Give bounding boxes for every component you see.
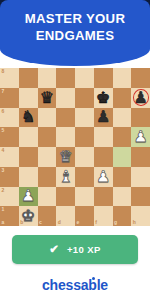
- square-d4[interactable]: ♛: [56, 147, 75, 167]
- square-b3[interactable]: [19, 167, 38, 187]
- square-f4[interactable]: [94, 147, 113, 167]
- square-c1[interactable]: c: [38, 206, 57, 226]
- file-label-e: e: [77, 220, 80, 225]
- square-d3[interactable]: ♝: [56, 167, 75, 187]
- piece-white-pawn-h5: ♟: [133, 129, 147, 145]
- headline-line-2: ENDGAMES: [36, 28, 115, 45]
- square-e2[interactable]: [75, 187, 94, 207]
- square-f8[interactable]: [94, 68, 113, 88]
- square-h7[interactable]: ♟: [131, 88, 150, 108]
- chess-board: 87♛♚♟6♞♟5♟4♛3♝♟2♟1ab♚cdefgh: [0, 68, 150, 226]
- square-a7[interactable]: 7: [0, 88, 19, 108]
- rank-label-8: 8: [2, 69, 5, 74]
- red-circle-annotation: [133, 89, 149, 106]
- xp-button-label: +10 XP: [67, 245, 101, 255]
- square-e7[interactable]: [75, 88, 94, 108]
- square-d2[interactable]: [56, 187, 75, 207]
- square-c6[interactable]: [38, 108, 57, 128]
- rank-label-2: 2: [2, 188, 5, 193]
- square-f6[interactable]: ♟: [94, 108, 113, 128]
- square-c5[interactable]: [38, 127, 57, 147]
- square-a8[interactable]: 8: [0, 68, 19, 88]
- square-c7[interactable]: ♛: [38, 88, 57, 108]
- square-d6[interactable]: [56, 108, 75, 128]
- xp-reward-button[interactable]: ✔ +10 XP: [12, 235, 138, 264]
- square-f1[interactable]: f: [94, 206, 113, 226]
- chessable-logo[interactable]: chessable: [0, 276, 150, 294]
- square-c8[interactable]: [38, 68, 57, 88]
- file-label-f: f: [95, 220, 97, 225]
- square-h6[interactable]: [131, 108, 150, 128]
- square-h3[interactable]: [131, 167, 150, 187]
- square-h8[interactable]: [131, 68, 150, 88]
- square-g6[interactable]: [113, 108, 132, 128]
- file-label-d: d: [58, 220, 61, 225]
- square-f7[interactable]: ♚: [94, 88, 113, 108]
- file-label-b: b: [20, 220, 23, 225]
- checkmark-icon: ✔: [49, 244, 59, 256]
- headline-line-1: MASTER YOUR: [25, 11, 126, 28]
- file-label-g: g: [114, 220, 117, 225]
- square-g5[interactable]: [113, 127, 132, 147]
- square-c4[interactable]: [38, 147, 57, 167]
- square-g3[interactable]: [113, 167, 132, 187]
- square-g1[interactable]: g: [113, 206, 132, 226]
- piece-white-bishop-d3: ♝: [58, 169, 72, 185]
- square-f2[interactable]: [94, 187, 113, 207]
- rank-label-4: 4: [2, 148, 5, 153]
- square-e8[interactable]: [75, 68, 94, 88]
- square-g4[interactable]: [113, 147, 132, 167]
- square-c2[interactable]: [38, 187, 57, 207]
- square-a5[interactable]: 5: [0, 127, 19, 147]
- square-e5[interactable]: [75, 127, 94, 147]
- square-d1[interactable]: d: [56, 206, 75, 226]
- rank-label-7: 7: [2, 89, 5, 94]
- square-a2[interactable]: 2: [0, 187, 19, 207]
- chessable-wordmark: chessable: [42, 277, 108, 293]
- pawn-dot-icon: [92, 277, 95, 280]
- square-g2[interactable]: [113, 187, 132, 207]
- square-f3[interactable]: ♟: [94, 167, 113, 187]
- piece-white-queen-d4: ♛: [58, 149, 72, 165]
- square-e4[interactable]: [75, 147, 94, 167]
- square-e3[interactable]: [75, 167, 94, 187]
- square-b2[interactable]: ♟: [19, 187, 38, 207]
- file-label-c: c: [39, 220, 42, 225]
- square-a3[interactable]: 3: [0, 167, 19, 187]
- square-b8[interactable]: [19, 68, 38, 88]
- piece-black-knight-b6: ♞: [21, 109, 35, 125]
- piece-white-pawn-f3: ♟: [96, 169, 110, 185]
- square-h1[interactable]: h: [131, 206, 150, 226]
- square-b6[interactable]: ♞: [19, 108, 38, 128]
- square-b1[interactable]: b♚: [19, 206, 38, 226]
- rank-label-6: 6: [2, 109, 5, 114]
- square-g7[interactable]: [113, 88, 132, 108]
- square-a1[interactable]: 1a: [0, 206, 19, 226]
- square-c3[interactable]: [38, 167, 57, 187]
- square-h2[interactable]: [131, 187, 150, 207]
- square-b7[interactable]: [19, 88, 38, 108]
- ad-header: MASTER YOUR ENDGAMES: [0, 0, 150, 66]
- square-d7[interactable]: [56, 88, 75, 108]
- rank-label-1: 1: [2, 207, 5, 212]
- file-label-a: a: [2, 220, 5, 225]
- piece-white-pawn-b2: ♟: [21, 188, 35, 204]
- square-e1[interactable]: e: [75, 206, 94, 226]
- square-b5[interactable]: [19, 127, 38, 147]
- file-label-h: h: [133, 220, 136, 225]
- square-f5[interactable]: [94, 127, 113, 147]
- piece-black-pawn-f6: ♟: [96, 109, 110, 125]
- square-d8[interactable]: [56, 68, 75, 88]
- rank-label-3: 3: [2, 168, 5, 173]
- piece-black-king-f7: ♚: [96, 90, 110, 106]
- square-h4[interactable]: [131, 147, 150, 167]
- square-d5[interactable]: [56, 127, 75, 147]
- piece-black-queen-c7: ♛: [40, 90, 54, 106]
- rank-label-5: 5: [2, 128, 5, 133]
- square-a4[interactable]: 4: [0, 147, 19, 167]
- ad-card: MASTER YOUR ENDGAMES 87♛♚♟6♞♟5♟4♛3♝♟2♟1a…: [0, 0, 150, 300]
- square-e6[interactable]: [75, 108, 94, 128]
- square-h5[interactable]: ♟: [131, 127, 150, 147]
- square-g8[interactable]: [113, 68, 132, 88]
- square-a6[interactable]: 6: [0, 108, 19, 128]
- square-b4[interactable]: [19, 147, 38, 167]
